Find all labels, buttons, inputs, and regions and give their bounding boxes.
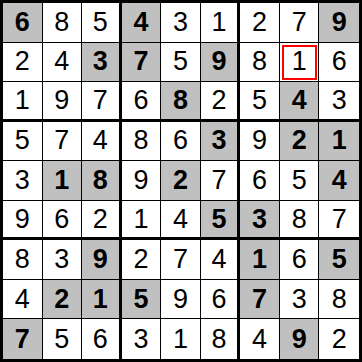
- cell-r9c4[interactable]: 3: [122, 319, 162, 359]
- cell-r8c4[interactable]: 5: [122, 280, 162, 320]
- sudoku-board: 6854312792437598161976825435748639213189…: [0, 0, 362, 362]
- cell-r2c1[interactable]: 2: [3, 43, 43, 83]
- cell-r2c9[interactable]: 6: [319, 43, 359, 83]
- cell-r3c2[interactable]: 9: [43, 82, 83, 122]
- cell-r2c5[interactable]: 5: [161, 43, 201, 83]
- cell-r5c4[interactable]: 9: [122, 161, 162, 201]
- cell-r8c2[interactable]: 2: [43, 280, 83, 320]
- cell-r9c8[interactable]: 9: [280, 319, 320, 359]
- cell-r1c1[interactable]: 6: [3, 3, 43, 43]
- cell-r8c5[interactable]: 9: [161, 280, 201, 320]
- cell-r3c4[interactable]: 6: [122, 82, 162, 122]
- cell-r6c6[interactable]: 5: [201, 201, 241, 241]
- cell-r4c6[interactable]: 3: [201, 122, 241, 162]
- cell-r4c1[interactable]: 5: [3, 122, 43, 162]
- cell-r8c9[interactable]: 8: [319, 280, 359, 320]
- cell-r8c7[interactable]: 7: [240, 280, 280, 320]
- cell-r5c1[interactable]: 3: [3, 161, 43, 201]
- cell-r7c6[interactable]: 4: [201, 240, 241, 280]
- cell-r6c8[interactable]: 8: [280, 201, 320, 241]
- cell-r2c4[interactable]: 7: [122, 43, 162, 83]
- cell-r6c7[interactable]: 3: [240, 201, 280, 241]
- cell-r7c7[interactable]: 1: [240, 240, 280, 280]
- cell-r7c8[interactable]: 6: [280, 240, 320, 280]
- cell-r2c3[interactable]: 3: [82, 43, 122, 83]
- cell-r4c4[interactable]: 8: [122, 122, 162, 162]
- cell-r3c6[interactable]: 2: [201, 82, 241, 122]
- cell-r4c3[interactable]: 4: [82, 122, 122, 162]
- cell-r2c7[interactable]: 8: [240, 43, 280, 83]
- cell-r1c9[interactable]: 9: [319, 3, 359, 43]
- cell-r7c5[interactable]: 7: [161, 240, 201, 280]
- cell-r8c6[interactable]: 6: [201, 280, 241, 320]
- cell-r3c1[interactable]: 1: [3, 82, 43, 122]
- cell-r4c5[interactable]: 6: [161, 122, 201, 162]
- cell-r7c4[interactable]: 2: [122, 240, 162, 280]
- cell-r1c5[interactable]: 3: [161, 3, 201, 43]
- cell-r3c3[interactable]: 7: [82, 82, 122, 122]
- cell-r5c8[interactable]: 5: [280, 161, 320, 201]
- cell-r3c7[interactable]: 5: [240, 82, 280, 122]
- cell-r3c8[interactable]: 4: [280, 82, 320, 122]
- cell-r4c2[interactable]: 7: [43, 122, 83, 162]
- cell-r1c4[interactable]: 4: [122, 3, 162, 43]
- cell-r1c3[interactable]: 5: [82, 3, 122, 43]
- cell-r3c9[interactable]: 3: [319, 82, 359, 122]
- cell-r6c4[interactable]: 1: [122, 201, 162, 241]
- cell-r9c9[interactable]: 2: [319, 319, 359, 359]
- cell-r4c7[interactable]: 9: [240, 122, 280, 162]
- cell-r5c2[interactable]: 1: [43, 161, 83, 201]
- cell-r8c3[interactable]: 1: [82, 280, 122, 320]
- cell-r5c5[interactable]: 2: [161, 161, 201, 201]
- cell-r5c3[interactable]: 8: [82, 161, 122, 201]
- cell-r7c9[interactable]: 5: [319, 240, 359, 280]
- cell-r4c9[interactable]: 1: [319, 122, 359, 162]
- cell-r6c9[interactable]: 7: [319, 201, 359, 241]
- cell-r9c3[interactable]: 6: [82, 319, 122, 359]
- cell-r1c2[interactable]: 8: [43, 3, 83, 43]
- cell-r8c1[interactable]: 4: [3, 280, 43, 320]
- cell-r3c5[interactable]: 8: [161, 82, 201, 122]
- cell-r6c1[interactable]: 9: [3, 201, 43, 241]
- cell-r9c2[interactable]: 5: [43, 319, 83, 359]
- cell-r2c6[interactable]: 9: [201, 43, 241, 83]
- cell-r1c6[interactable]: 1: [201, 3, 241, 43]
- cell-r5c9[interactable]: 4: [319, 161, 359, 201]
- cell-r9c6[interactable]: 8: [201, 319, 241, 359]
- cell-r9c7[interactable]: 4: [240, 319, 280, 359]
- cell-r1c8[interactable]: 7: [280, 3, 320, 43]
- cell-r7c1[interactable]: 8: [3, 240, 43, 280]
- cell-r6c2[interactable]: 6: [43, 201, 83, 241]
- cell-r4c8[interactable]: 2: [280, 122, 320, 162]
- cell-r6c5[interactable]: 4: [161, 201, 201, 241]
- cell-r2c8[interactable]: 1: [280, 43, 320, 83]
- cell-r7c2[interactable]: 3: [43, 240, 83, 280]
- cell-r1c7[interactable]: 2: [240, 3, 280, 43]
- cell-r9c5[interactable]: 1: [161, 319, 201, 359]
- cell-r7c3[interactable]: 9: [82, 240, 122, 280]
- cell-r5c7[interactable]: 6: [240, 161, 280, 201]
- cell-r2c2[interactable]: 4: [43, 43, 83, 83]
- cell-r8c8[interactable]: 3: [280, 280, 320, 320]
- cell-r6c3[interactable]: 2: [82, 201, 122, 241]
- cell-r5c6[interactable]: 7: [201, 161, 241, 201]
- cell-r9c1[interactable]: 7: [3, 319, 43, 359]
